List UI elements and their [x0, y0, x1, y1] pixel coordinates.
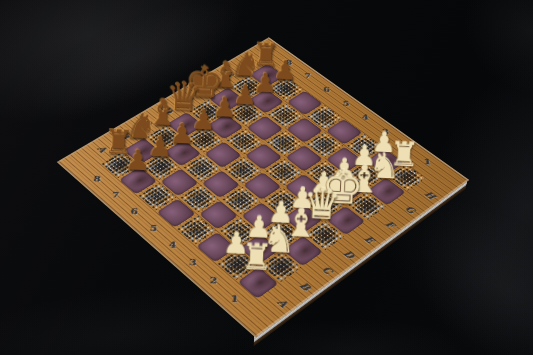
file-label-bottom-G: G: [398, 200, 424, 219]
board-grid: ♜♞♝♛♚♝♞♜♟♟♟♟♟♟♟♟♟♟♟♟♟♟♟♟♜♞♝♛♚♝♞♜: [101, 63, 426, 299]
rank-label-right-8: 8: [281, 57, 298, 69]
rank-label-right-3: 3: [377, 125, 395, 138]
fabric-fold: [438, 0, 533, 121]
chess-board: 88AA77BB66CC55DD44EE33FF22GG11HH ♜♞♝♛♚♝♞…: [57, 37, 470, 337]
rank-label-left-4: 4: [163, 237, 184, 252]
file-label-bottom-H: H: [417, 186, 443, 205]
piece-black-pawn-a7[interactable]: ♟: [124, 146, 150, 175]
piece-white-rook-a1[interactable]: ♜: [239, 239, 272, 276]
board-placement: 88AA77BB66CC55DD44EE33FF22GG11HH ♜♞♝♛♚♝♞…: [111, 19, 415, 323]
rank-label-left-6: 6: [124, 204, 144, 219]
rank-label-right-5: 5: [338, 97, 355, 109]
rank-label-right-4: 4: [357, 111, 375, 124]
photo-scene: 88AA77BB66CC55DD44EE33FF22GG11HH ♜♞♝♛♚♝♞…: [0, 0, 533, 355]
rank-label-left-3: 3: [183, 254, 204, 270]
rank-label-left-7: 7: [106, 188, 126, 202]
rank-label-left-8: 8: [87, 172, 107, 186]
rank-label-left-5: 5: [143, 220, 163, 235]
rank-label-left-1: 1: [224, 290, 245, 306]
rank-label-right-6: 6: [318, 83, 335, 95]
rank-label-left-2: 2: [203, 272, 224, 288]
rank-label-right-1: 1: [418, 155, 437, 168]
rank-label-right-7: 7: [300, 70, 317, 82]
